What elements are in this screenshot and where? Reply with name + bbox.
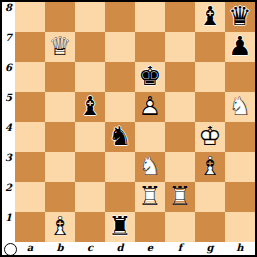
white-queen-piece-b7[interactable]: ♛♕ bbox=[45, 32, 75, 62]
square-b8[interactable] bbox=[45, 2, 75, 32]
white-piece-outline: ♗ bbox=[195, 152, 225, 182]
square-d3[interactable] bbox=[105, 152, 135, 182]
white-rook-piece-f2[interactable]: ♜♖ bbox=[165, 182, 195, 212]
square-f6[interactable] bbox=[165, 62, 195, 92]
square-a6[interactable] bbox=[15, 62, 45, 92]
file-label-b: b bbox=[45, 242, 75, 255]
square-a7[interactable] bbox=[15, 32, 45, 62]
black-piece-glyph: ♞ bbox=[105, 122, 135, 152]
white-knight-piece-e3[interactable]: ♞♘ bbox=[135, 152, 165, 182]
square-d2[interactable] bbox=[105, 182, 135, 212]
file-label-c: c bbox=[75, 242, 105, 255]
rank-label-5: 5 bbox=[2, 92, 15, 122]
black-piece-glyph: ♜ bbox=[105, 212, 135, 242]
white-piece-outline: ♘ bbox=[225, 92, 255, 122]
rank-label-1: 1 bbox=[2, 212, 15, 242]
square-h5[interactable]: ♞♘ bbox=[225, 92, 255, 122]
square-g6[interactable] bbox=[195, 62, 225, 92]
black-king-piece-e6[interactable]: ♚ bbox=[135, 62, 165, 92]
white-piece-outline: ♗ bbox=[45, 212, 75, 242]
white-bishop-piece-b1[interactable]: ♝♗ bbox=[45, 212, 75, 242]
black-piece-glyph: ♚ bbox=[135, 62, 165, 92]
rank-label-7: 7 bbox=[2, 32, 15, 62]
square-b4[interactable] bbox=[45, 122, 75, 152]
square-a4[interactable] bbox=[15, 122, 45, 152]
square-f5[interactable] bbox=[165, 92, 195, 122]
square-c7[interactable] bbox=[75, 32, 105, 62]
file-label-h: h bbox=[225, 242, 255, 255]
square-d8[interactable] bbox=[105, 2, 135, 32]
square-f4[interactable] bbox=[165, 122, 195, 152]
black-piece-glyph: ♝ bbox=[75, 92, 105, 122]
square-c6[interactable] bbox=[75, 62, 105, 92]
white-piece-outline: ♖ bbox=[165, 182, 195, 212]
square-c1[interactable] bbox=[75, 212, 105, 242]
square-a8[interactable] bbox=[15, 2, 45, 32]
square-e5[interactable]: ♟♙ bbox=[135, 92, 165, 122]
square-c2[interactable] bbox=[75, 182, 105, 212]
square-g1[interactable] bbox=[195, 212, 225, 242]
board: ♝♛♛♕♟♚♝♟♙♞♘♞♚♔♞♘♝♗♜♖♜♖♝♗♜ bbox=[15, 2, 255, 242]
file-label-d: d bbox=[105, 242, 135, 255]
side-to-move-indicator bbox=[4, 243, 17, 256]
square-b2[interactable] bbox=[45, 182, 75, 212]
square-d5[interactable] bbox=[105, 92, 135, 122]
square-c3[interactable] bbox=[75, 152, 105, 182]
square-e6[interactable]: ♚ bbox=[135, 62, 165, 92]
square-h3[interactable] bbox=[225, 152, 255, 182]
square-g8[interactable]: ♝ bbox=[195, 2, 225, 32]
file-labels: abcdefgh bbox=[15, 242, 255, 255]
square-e2[interactable]: ♜♖ bbox=[135, 182, 165, 212]
square-f3[interactable] bbox=[165, 152, 195, 182]
rank-label-8: 8 bbox=[2, 2, 15, 32]
rank-labels: 87654321 bbox=[2, 2, 15, 242]
square-d6[interactable] bbox=[105, 62, 135, 92]
file-label-a: a bbox=[15, 242, 45, 255]
square-d1[interactable]: ♜ bbox=[105, 212, 135, 242]
file-label-f: f bbox=[165, 242, 195, 255]
square-g4[interactable]: ♚♔ bbox=[195, 122, 225, 152]
square-h4[interactable] bbox=[225, 122, 255, 152]
file-label-g: g bbox=[195, 242, 225, 255]
square-e7[interactable] bbox=[135, 32, 165, 62]
rank-label-6: 6 bbox=[2, 62, 15, 92]
square-e4[interactable] bbox=[135, 122, 165, 152]
square-c5[interactable]: ♝ bbox=[75, 92, 105, 122]
square-g7[interactable] bbox=[195, 32, 225, 62]
square-e8[interactable] bbox=[135, 2, 165, 32]
square-e3[interactable]: ♞♘ bbox=[135, 152, 165, 182]
square-b7[interactable]: ♛♕ bbox=[45, 32, 75, 62]
chess-diagram: 87654321 ♝♛♛♕♟♚♝♟♙♞♘♞♚♔♞♘♝♗♜♖♜♖♝♗♜ abcde… bbox=[0, 0, 257, 257]
square-h6[interactable] bbox=[225, 62, 255, 92]
square-h7[interactable]: ♟ bbox=[225, 32, 255, 62]
square-f1[interactable] bbox=[165, 212, 195, 242]
white-piece-outline: ♙ bbox=[135, 92, 165, 122]
square-a1[interactable] bbox=[15, 212, 45, 242]
white-piece-outline: ♘ bbox=[135, 152, 165, 182]
square-a3[interactable] bbox=[15, 152, 45, 182]
square-b6[interactable] bbox=[45, 62, 75, 92]
square-d7[interactable] bbox=[105, 32, 135, 62]
square-a5[interactable] bbox=[15, 92, 45, 122]
square-b5[interactable] bbox=[45, 92, 75, 122]
file-label-e: e bbox=[135, 242, 165, 255]
rank-label-4: 4 bbox=[2, 122, 15, 152]
square-c8[interactable] bbox=[75, 2, 105, 32]
square-h1[interactable] bbox=[225, 212, 255, 242]
black-pawn-piece-h7[interactable]: ♟ bbox=[225, 32, 255, 62]
black-knight-piece-d4[interactable]: ♞ bbox=[105, 122, 135, 152]
square-e1[interactable] bbox=[135, 212, 165, 242]
square-f7[interactable] bbox=[165, 32, 195, 62]
black-rook-piece-d1[interactable]: ♜ bbox=[105, 212, 135, 242]
square-h2[interactable] bbox=[225, 182, 255, 212]
square-a2[interactable] bbox=[15, 182, 45, 212]
square-h8[interactable]: ♛ bbox=[225, 2, 255, 32]
black-piece-glyph: ♝ bbox=[195, 2, 225, 32]
rank-label-3: 3 bbox=[2, 152, 15, 182]
white-rook-piece-e2[interactable]: ♜♖ bbox=[135, 182, 165, 212]
square-f2[interactable]: ♜♖ bbox=[165, 182, 195, 212]
square-f8[interactable] bbox=[165, 2, 195, 32]
white-bishop-piece-g3[interactable]: ♝♗ bbox=[195, 152, 225, 182]
square-g3[interactable]: ♝♗ bbox=[195, 152, 225, 182]
square-b1[interactable]: ♝♗ bbox=[45, 212, 75, 242]
white-piece-outline: ♖ bbox=[135, 182, 165, 212]
black-bishop-piece-g8[interactable]: ♝ bbox=[195, 2, 225, 32]
black-queen-piece-h8[interactable]: ♛ bbox=[225, 2, 255, 32]
white-king-piece-g4[interactable]: ♚♔ bbox=[195, 122, 225, 152]
white-piece-outline: ♔ bbox=[195, 122, 225, 152]
black-piece-glyph: ♟ bbox=[225, 32, 255, 62]
white-pawn-piece-e5[interactable]: ♟♙ bbox=[135, 92, 165, 122]
white-piece-outline: ♕ bbox=[45, 32, 75, 62]
black-bishop-piece-c5[interactable]: ♝ bbox=[75, 92, 105, 122]
square-b3[interactable] bbox=[45, 152, 75, 182]
black-piece-glyph: ♛ bbox=[225, 2, 255, 32]
square-g5[interactable] bbox=[195, 92, 225, 122]
square-d4[interactable]: ♞ bbox=[105, 122, 135, 152]
square-g2[interactable] bbox=[195, 182, 225, 212]
square-c4[interactable] bbox=[75, 122, 105, 152]
rank-label-2: 2 bbox=[2, 182, 15, 212]
white-knight-piece-h5[interactable]: ♞♘ bbox=[225, 92, 255, 122]
